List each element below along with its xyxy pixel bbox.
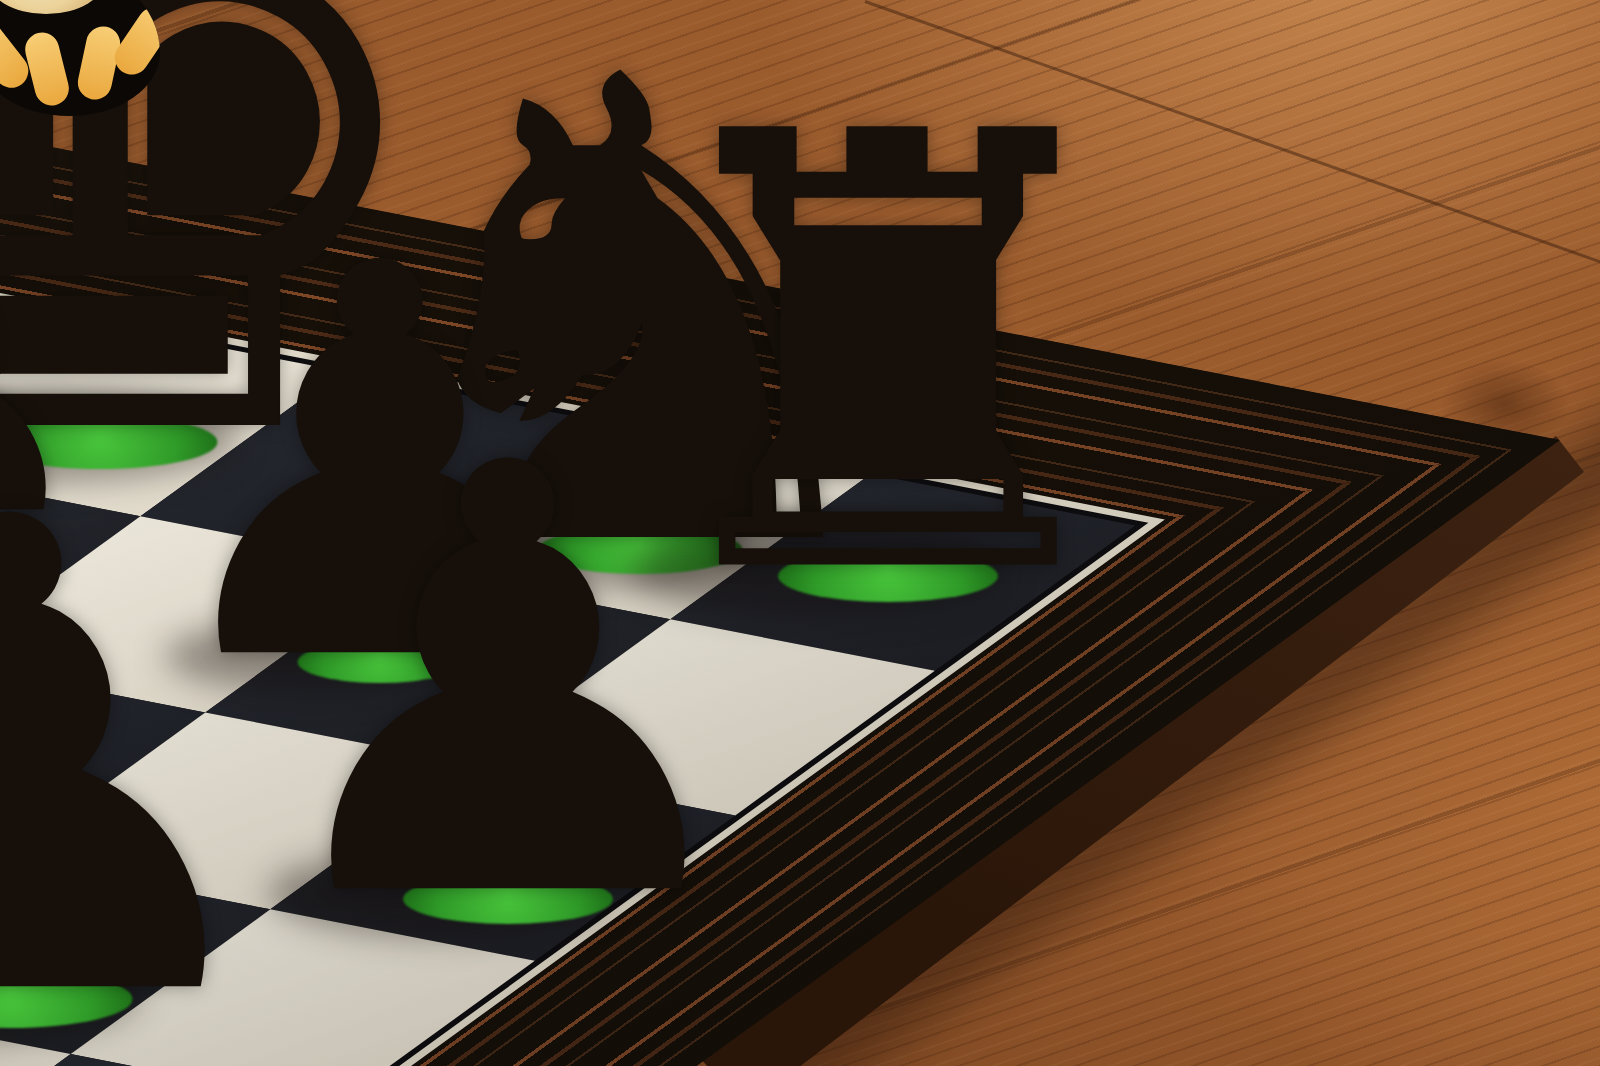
piece-black-pawn-a3: ♟ bbox=[244, 463, 773, 906]
king-crown-slot bbox=[22, 29, 73, 109]
piece-black-pawn-b4: ♟ bbox=[0, 518, 301, 1006]
chess-photo-scene: ♚♟♞♜♟♟♟ bbox=[0, 0, 1600, 1066]
king-finial-ball bbox=[0, 0, 106, 14]
